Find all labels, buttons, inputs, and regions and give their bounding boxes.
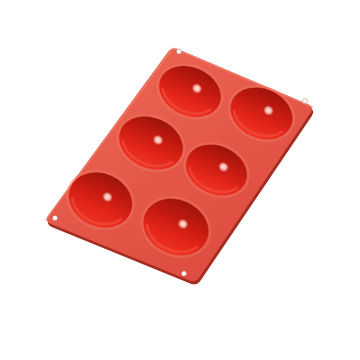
corner-hole-1 <box>176 49 181 54</box>
corner-hole-3 <box>181 271 186 276</box>
corner-hole-2 <box>302 98 307 103</box>
corner-hole-4 <box>52 215 57 220</box>
product-photo-svg <box>0 0 360 360</box>
product-photo <box>0 0 360 360</box>
